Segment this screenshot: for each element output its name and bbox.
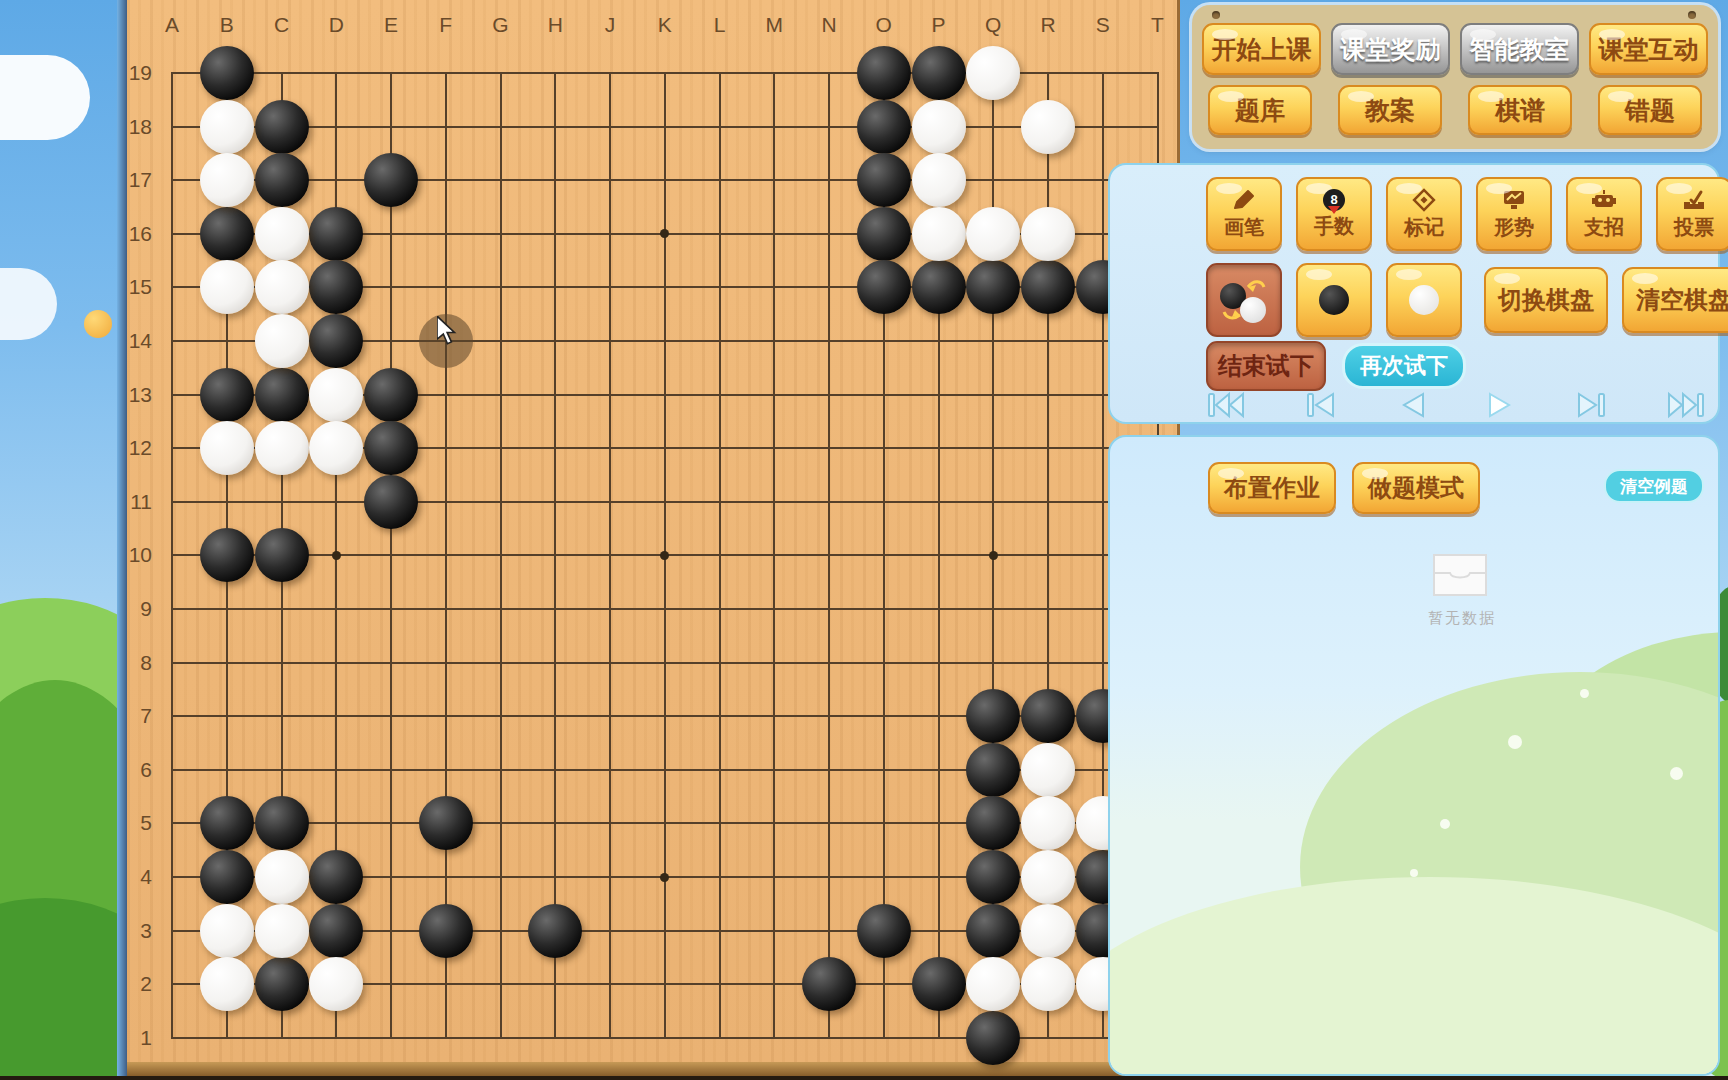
question-bank-button[interactable]: 题库	[1208, 85, 1312, 135]
stone-white[interactable]	[1021, 904, 1075, 958]
row-label: 5	[102, 810, 152, 836]
hill-illustration	[1108, 877, 1720, 1076]
col-label: L	[707, 12, 733, 38]
black-stone-button[interactable]	[1296, 263, 1372, 337]
brush-tool-button[interactable]: 画笔	[1206, 177, 1282, 251]
row-label: 2	[102, 971, 152, 997]
star-point	[989, 551, 998, 560]
button-label: 切换棋盘	[1498, 284, 1594, 316]
stone-black[interactable]	[255, 368, 309, 422]
button-label: 支招	[1584, 214, 1624, 241]
practice-mode-button[interactable]: 做题模式	[1352, 462, 1480, 514]
row-label: 11	[102, 489, 152, 515]
class-rewards-button[interactable]: 课堂奖励	[1331, 23, 1450, 75]
stone-black[interactable]	[802, 957, 856, 1011]
row-label: 10	[102, 542, 152, 568]
black-white-swap-icon	[1218, 275, 1270, 325]
rewind-to-start-icon[interactable]	[1206, 391, 1246, 419]
stone-black[interactable]	[255, 957, 309, 1011]
step-backward-icon[interactable]	[1304, 391, 1338, 419]
black-stone-icon	[1319, 285, 1349, 315]
col-label: G	[488, 12, 514, 38]
stone-black[interactable]	[309, 207, 363, 261]
row-label: 16	[102, 221, 152, 247]
stone-white[interactable]	[966, 957, 1020, 1011]
button-label: 清空例题	[1620, 475, 1688, 498]
stone-white[interactable]	[255, 207, 309, 261]
stone-black[interactable]	[912, 957, 966, 1011]
stone-white[interactable]	[966, 207, 1020, 261]
star-point	[660, 551, 669, 560]
row-label: 9	[102, 596, 152, 622]
row-label: 13	[102, 382, 152, 408]
row-label: 12	[102, 435, 152, 461]
row-label: 18	[102, 114, 152, 140]
grid-line	[171, 608, 1159, 610]
stone-black[interactable]	[200, 46, 254, 100]
grid-line	[171, 662, 1159, 664]
territory-tool-button[interactable]: 形势	[1476, 177, 1552, 251]
col-label: B	[214, 12, 240, 38]
screen: A19B18C17D16E15F14G13H12J11K10L9M8N7O6P5…	[0, 0, 1728, 1080]
stone-black[interactable]	[200, 528, 254, 582]
stone-white[interactable]	[255, 421, 309, 475]
stone-white[interactable]	[200, 957, 254, 1011]
stone-white[interactable]	[912, 100, 966, 154]
stone-black[interactable]	[966, 260, 1020, 314]
star-point	[332, 551, 341, 560]
col-label: O	[871, 12, 897, 38]
stone-white[interactable]	[255, 314, 309, 368]
stone-black[interactable]	[966, 850, 1020, 904]
col-label: T	[1145, 12, 1171, 38]
col-label: M	[761, 12, 787, 38]
col-label: Q	[980, 12, 1006, 38]
stone-black[interactable]	[966, 743, 1020, 797]
stone-white[interactable]	[912, 153, 966, 207]
star-point	[660, 873, 669, 882]
stone-black[interactable]	[966, 689, 1020, 743]
col-label: R	[1035, 12, 1061, 38]
stone-black[interactable]	[200, 850, 254, 904]
stone-white[interactable]	[1021, 850, 1075, 904]
stone-white[interactable]	[255, 850, 309, 904]
stone-black[interactable]	[419, 904, 473, 958]
stone-black[interactable]	[200, 207, 254, 261]
star-point	[660, 229, 669, 238]
col-label: S	[1090, 12, 1116, 38]
row-label: 14	[102, 328, 152, 354]
stone-white[interactable]	[200, 421, 254, 475]
stone-black[interactable]	[309, 314, 363, 368]
stone-black[interactable]	[309, 260, 363, 314]
stone-white[interactable]	[309, 421, 363, 475]
stone-white[interactable]	[1021, 796, 1075, 850]
button-label: 画笔	[1224, 214, 1264, 241]
lesson-plan-button[interactable]: 教案	[1338, 85, 1442, 135]
stone-black[interactable]	[857, 260, 911, 314]
stone-white[interactable]	[255, 260, 309, 314]
col-label: D	[323, 12, 349, 38]
start-class-button[interactable]: 开始上课	[1202, 23, 1321, 75]
stone-black[interactable]	[1021, 260, 1075, 314]
stone-black[interactable]	[857, 100, 911, 154]
col-label: J	[597, 12, 623, 38]
stone-black[interactable]	[857, 207, 911, 261]
stone-black[interactable]	[255, 528, 309, 582]
retry-trial-button[interactable]: 再次试下	[1342, 343, 1466, 389]
end-trial-button[interactable]: 结束试下	[1206, 341, 1326, 391]
row-label: 7	[102, 703, 152, 729]
stone-white[interactable]	[200, 904, 254, 958]
row-label: 6	[102, 757, 152, 783]
stone-black[interactable]	[255, 796, 309, 850]
stone-black[interactable]	[528, 904, 582, 958]
stone-white[interactable]	[255, 904, 309, 958]
empty-tray-icon	[1428, 549, 1492, 601]
step-forward-icon[interactable]	[1574, 391, 1608, 419]
stone-white[interactable]	[912, 207, 966, 261]
stone-white[interactable]	[1021, 957, 1075, 1011]
wrong-questions-button[interactable]: 错题	[1598, 85, 1702, 135]
alternate-color-button[interactable]	[1206, 263, 1282, 337]
white-stone-icon	[1409, 285, 1439, 315]
stone-black[interactable]	[966, 1011, 1020, 1065]
stone-black[interactable]	[857, 46, 911, 100]
stone-white[interactable]	[200, 100, 254, 154]
row-label: 4	[102, 864, 152, 890]
stone-black[interactable]	[364, 421, 418, 475]
row-label: 3	[102, 918, 152, 944]
stone-white[interactable]	[200, 260, 254, 314]
button-label: 手数	[1314, 213, 1354, 240]
row-label: 1	[102, 1025, 152, 1051]
row-label: 17	[102, 167, 152, 193]
class-toolbar-panel: 开始上课 课堂奖励 智能教室 课堂互动 题库 教案 棋谱 错题	[1192, 5, 1718, 149]
screw-icon	[1212, 11, 1220, 19]
stone-white[interactable]	[200, 153, 254, 207]
playback-bar	[1206, 391, 1706, 419]
stone-black[interactable]	[364, 475, 418, 529]
smart-classroom-button[interactable]: 智能教室	[1460, 23, 1579, 75]
col-label: E	[378, 12, 404, 38]
clear-examples-button[interactable]: 清空例题	[1604, 469, 1704, 503]
col-label: K	[652, 12, 678, 38]
col-label: P	[926, 12, 952, 38]
col-label: F	[433, 12, 459, 38]
stone-white[interactable]	[309, 368, 363, 422]
stone-black[interactable]	[912, 260, 966, 314]
stone-white[interactable]	[1021, 743, 1075, 797]
stone-black[interactable]	[966, 796, 1020, 850]
move-number-icon: 8	[1323, 189, 1345, 211]
stone-black[interactable]	[1021, 689, 1075, 743]
assign-homework-button[interactable]: 布置作业	[1208, 462, 1336, 514]
stone-black[interactable]	[364, 368, 418, 422]
stone-black[interactable]	[419, 796, 473, 850]
mouse-cursor	[437, 316, 461, 346]
button-label: 形势	[1494, 214, 1534, 241]
col-label: H	[542, 12, 568, 38]
play-icon[interactable]	[1485, 391, 1515, 419]
move-number-tool-button[interactable]: 8 手数	[1296, 177, 1372, 251]
stone-black[interactable]	[857, 904, 911, 958]
back-icon[interactable]	[1397, 391, 1427, 419]
stone-black[interactable]	[364, 153, 418, 207]
vote-tool-button[interactable]: 投票	[1656, 177, 1728, 251]
col-label: C	[269, 12, 295, 38]
homework-panel: 布置作业 做题模式 清空例题 暂无数据	[1108, 435, 1720, 1076]
grid-line	[719, 73, 721, 1038]
stone-black[interactable]	[255, 153, 309, 207]
stone-black[interactable]	[912, 46, 966, 100]
grid-line	[828, 73, 830, 1038]
row-label: 19	[102, 60, 152, 86]
button-label: 结束试下	[1218, 350, 1314, 382]
empty-state-text: 暂无数据	[1422, 609, 1502, 628]
stone-white[interactable]	[1021, 207, 1075, 261]
row-label: 8	[102, 650, 152, 676]
game-records-button[interactable]: 棋谱	[1468, 85, 1572, 135]
tools-panel: 画笔 8 手数 标记 形势 支招 投票	[1108, 163, 1720, 424]
stone-black[interactable]	[309, 850, 363, 904]
stone-black[interactable]	[966, 904, 1020, 958]
stone-black[interactable]	[857, 153, 911, 207]
stone-white[interactable]	[309, 957, 363, 1011]
stone-black[interactable]	[309, 904, 363, 958]
button-label: 投票	[1674, 214, 1714, 241]
stone-white[interactable]	[1021, 100, 1075, 154]
row-label: 15	[102, 274, 152, 300]
switch-board-button[interactable]: 切换棋盘	[1484, 267, 1608, 333]
button-label: 标记	[1404, 214, 1444, 241]
clear-board-button[interactable]: 清空棋盘	[1622, 267, 1728, 333]
forward-to-end-icon[interactable]	[1666, 391, 1706, 419]
hint-tool-button[interactable]: 支招	[1566, 177, 1642, 251]
grid-line	[773, 73, 775, 1038]
button-label: 再次试下	[1360, 351, 1448, 381]
stone-black[interactable]	[255, 100, 309, 154]
screw-icon	[1688, 11, 1696, 19]
stone-white[interactable]	[966, 46, 1020, 100]
col-label: A	[159, 12, 185, 38]
class-interaction-button[interactable]: 课堂互动	[1589, 23, 1708, 75]
white-stone-button[interactable]	[1386, 263, 1462, 337]
marker-tool-button[interactable]: 标记	[1386, 177, 1462, 251]
stone-black[interactable]	[200, 796, 254, 850]
button-label: 清空棋盘	[1636, 284, 1728, 316]
stone-black[interactable]	[200, 368, 254, 422]
col-label: N	[816, 12, 842, 38]
